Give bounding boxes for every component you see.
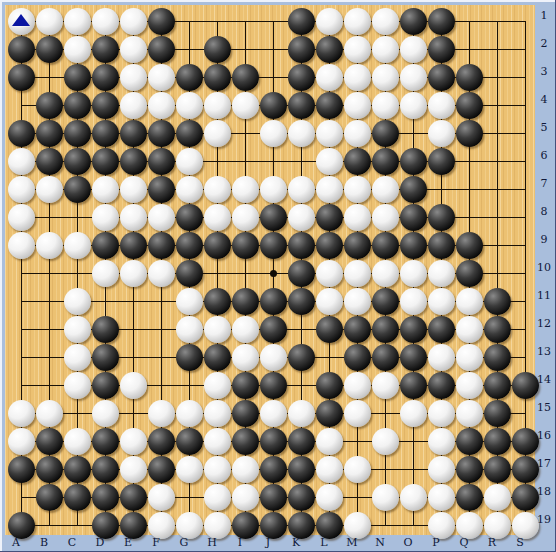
board-point-B13[interactable] [35,343,63,371]
board-point-H6[interactable] [203,147,231,175]
board-point-P12[interactable] [427,315,455,343]
board-point-L11[interactable] [315,287,343,315]
board-point-G16[interactable] [175,427,203,455]
board-point-K12[interactable] [287,315,315,343]
board-point-H5[interactable] [203,119,231,147]
board-point-O18[interactable] [399,483,427,511]
board-point-M14[interactable] [343,371,371,399]
board-point-M8[interactable] [343,203,371,231]
board-point-A9[interactable] [7,231,35,259]
board-point-J3[interactable] [259,63,287,91]
board-point-L3[interactable] [315,63,343,91]
board-point-R3[interactable] [483,63,511,91]
board-point-L17[interactable] [315,455,343,483]
board-point-F11[interactable] [147,287,175,315]
board-point-P9[interactable] [427,231,455,259]
board-point-N19[interactable] [371,511,399,539]
board-point-E17[interactable] [119,455,147,483]
board-point-R6[interactable] [483,147,511,175]
board-point-K10[interactable] [287,259,315,287]
board-point-H8[interactable] [203,203,231,231]
board-point-K2[interactable] [287,35,315,63]
board-point-R12[interactable] [483,315,511,343]
board-point-G2[interactable] [175,35,203,63]
board-point-E11[interactable] [119,287,147,315]
board-point-P16[interactable] [427,427,455,455]
board-point-L16[interactable] [315,427,343,455]
board-point-N1[interactable] [371,7,399,35]
board-point-D14[interactable] [91,371,119,399]
board-point-J14[interactable] [259,371,287,399]
board-point-Q17[interactable] [455,455,483,483]
board-point-D7[interactable] [91,175,119,203]
board-point-F13[interactable] [147,343,175,371]
board-point-A8[interactable] [7,203,35,231]
board-point-B3[interactable] [35,63,63,91]
board-point-H4[interactable] [203,91,231,119]
board-point-D16[interactable] [91,427,119,455]
board-point-E18[interactable] [119,483,147,511]
board-point-Q8[interactable] [455,203,483,231]
board-point-A16[interactable] [7,427,35,455]
board-point-D6[interactable] [91,147,119,175]
board-point-Q13[interactable] [455,343,483,371]
board-point-C16[interactable] [63,427,91,455]
board-point-L19[interactable] [315,511,343,539]
board-point-J11[interactable] [259,287,287,315]
board-point-J10[interactable] [259,259,287,287]
board-point-B5[interactable] [35,119,63,147]
board-point-J1[interactable] [259,7,287,35]
board-point-L12[interactable] [315,315,343,343]
board-point-F17[interactable] [147,455,175,483]
board-point-K7[interactable] [287,175,315,203]
board-point-N8[interactable] [371,203,399,231]
board-point-Q12[interactable] [455,315,483,343]
board-point-P19[interactable] [427,511,455,539]
board-point-I2[interactable] [231,35,259,63]
board-point-I16[interactable] [231,427,259,455]
board-point-H15[interactable] [203,399,231,427]
board-point-L4[interactable] [315,91,343,119]
board-point-N15[interactable] [371,399,399,427]
board-point-I7[interactable] [231,175,259,203]
board-point-M9[interactable] [343,231,371,259]
board-point-N16[interactable] [371,427,399,455]
board-point-G17[interactable] [175,455,203,483]
board-point-D1[interactable] [91,7,119,35]
board-point-L6[interactable] [315,147,343,175]
board-point-B15[interactable] [35,399,63,427]
board-point-G10[interactable] [175,259,203,287]
board-point-B8[interactable] [35,203,63,231]
board-point-O7[interactable] [399,175,427,203]
board-point-C8[interactable] [63,203,91,231]
board-point-L14[interactable] [315,371,343,399]
board-point-J18[interactable] [259,483,287,511]
board-point-Q5[interactable] [455,119,483,147]
board-point-F8[interactable] [147,203,175,231]
board-point-Q3[interactable] [455,63,483,91]
board-point-E13[interactable] [119,343,147,371]
board-point-O9[interactable] [399,231,427,259]
board-point-N5[interactable] [371,119,399,147]
board-point-M4[interactable] [343,91,371,119]
board-point-B17[interactable] [35,455,63,483]
board-point-E10[interactable] [119,259,147,287]
board-point-B19[interactable] [35,511,63,539]
board-point-Q14[interactable] [455,371,483,399]
board-point-K16[interactable] [287,427,315,455]
board-point-H13[interactable] [203,343,231,371]
board-point-I5[interactable] [231,119,259,147]
board-point-J15[interactable] [259,399,287,427]
board-point-M5[interactable] [343,119,371,147]
board-point-H12[interactable] [203,315,231,343]
board-point-A1[interactable] [7,7,35,35]
board-point-K9[interactable] [287,231,315,259]
board-point-E2[interactable] [119,35,147,63]
board-point-H9[interactable] [203,231,231,259]
board-point-L5[interactable] [315,119,343,147]
board-point-H17[interactable] [203,455,231,483]
board-point-F18[interactable] [147,483,175,511]
board-point-N17[interactable] [371,455,399,483]
board-point-F2[interactable] [147,35,175,63]
board-point-J6[interactable] [259,147,287,175]
board-point-F4[interactable] [147,91,175,119]
board-point-H19[interactable] [203,511,231,539]
board-point-Q16[interactable] [455,427,483,455]
board-point-L15[interactable] [315,399,343,427]
board-point-A5[interactable] [7,119,35,147]
board-point-O13[interactable] [399,343,427,371]
board-point-C13[interactable] [63,343,91,371]
board-point-N6[interactable] [371,147,399,175]
board-point-E1[interactable] [119,7,147,35]
board-point-F12[interactable] [147,315,175,343]
board-point-F5[interactable] [147,119,175,147]
board-point-N14[interactable] [371,371,399,399]
board-point-K17[interactable] [287,455,315,483]
board-point-J4[interactable] [259,91,287,119]
board-point-K6[interactable] [287,147,315,175]
board-point-P13[interactable] [427,343,455,371]
board-point-B9[interactable] [35,231,63,259]
board-point-F15[interactable] [147,399,175,427]
board-point-N7[interactable] [371,175,399,203]
board-point-A19[interactable] [7,511,35,539]
board-point-D5[interactable] [91,119,119,147]
board-point-E6[interactable] [119,147,147,175]
board-point-O12[interactable] [399,315,427,343]
board-point-K4[interactable] [287,91,315,119]
board-point-O5[interactable] [399,119,427,147]
board-point-B11[interactable] [35,287,63,315]
board-point-K8[interactable] [287,203,315,231]
board-point-D15[interactable] [91,399,119,427]
board-point-Q15[interactable] [455,399,483,427]
board-point-K19[interactable] [287,511,315,539]
board-point-R1[interactable] [483,7,511,35]
board-point-C3[interactable] [63,63,91,91]
board-point-N12[interactable] [371,315,399,343]
board-point-O2[interactable] [399,35,427,63]
board-point-I14[interactable] [231,371,259,399]
board-point-I8[interactable] [231,203,259,231]
board-point-P3[interactable] [427,63,455,91]
board-point-Q2[interactable] [455,35,483,63]
board-point-A14[interactable] [7,371,35,399]
board-point-B4[interactable] [35,91,63,119]
board-point-M18[interactable] [343,483,371,511]
board-point-C17[interactable] [63,455,91,483]
board-point-O15[interactable] [399,399,427,427]
board-point-O6[interactable] [399,147,427,175]
board-point-Q11[interactable] [455,287,483,315]
board-point-B2[interactable] [35,35,63,63]
board-point-F16[interactable] [147,427,175,455]
board-point-O8[interactable] [399,203,427,231]
board-point-R15[interactable] [483,399,511,427]
board-point-M3[interactable] [343,63,371,91]
board-point-N10[interactable] [371,259,399,287]
board-point-A6[interactable] [7,147,35,175]
board-point-G14[interactable] [175,371,203,399]
board-point-A11[interactable] [7,287,35,315]
board-point-G13[interactable] [175,343,203,371]
board-point-I15[interactable] [231,399,259,427]
board-point-I9[interactable] [231,231,259,259]
board-point-H18[interactable] [203,483,231,511]
board-point-J12[interactable] [259,315,287,343]
board-point-L8[interactable] [315,203,343,231]
board-point-Q4[interactable] [455,91,483,119]
board-point-K14[interactable] [287,371,315,399]
board-point-L18[interactable] [315,483,343,511]
board-point-A3[interactable] [7,63,35,91]
board-point-M2[interactable] [343,35,371,63]
board-point-R2[interactable] [483,35,511,63]
board-point-E9[interactable] [119,231,147,259]
board-point-A10[interactable] [7,259,35,287]
board-point-R18[interactable] [483,483,511,511]
board-point-R8[interactable] [483,203,511,231]
board-point-D8[interactable] [91,203,119,231]
board-point-Q9[interactable] [455,231,483,259]
board-point-J13[interactable] [259,343,287,371]
board-point-E19[interactable] [119,511,147,539]
board-point-F10[interactable] [147,259,175,287]
board-point-D12[interactable] [91,315,119,343]
board-point-B14[interactable] [35,371,63,399]
board-point-E15[interactable] [119,399,147,427]
board-point-P1[interactable] [427,7,455,35]
board-point-M15[interactable] [343,399,371,427]
board-point-R13[interactable] [483,343,511,371]
board-point-O4[interactable] [399,91,427,119]
board-point-R11[interactable] [483,287,511,315]
board-point-A7[interactable] [7,175,35,203]
board-point-C11[interactable] [63,287,91,315]
board-point-H3[interactable] [203,63,231,91]
board-point-C1[interactable] [63,7,91,35]
board-point-A17[interactable] [7,455,35,483]
board-point-H1[interactable] [203,7,231,35]
board-point-M7[interactable] [343,175,371,203]
board-point-P17[interactable] [427,455,455,483]
board-point-J16[interactable] [259,427,287,455]
board-point-B7[interactable] [35,175,63,203]
board-point-I1[interactable] [231,7,259,35]
board-point-R14[interactable] [483,371,511,399]
board-point-G4[interactable] [175,91,203,119]
board-point-R9[interactable] [483,231,511,259]
board-point-B16[interactable] [35,427,63,455]
board-point-D13[interactable] [91,343,119,371]
board-point-E16[interactable] [119,427,147,455]
board-point-D4[interactable] [91,91,119,119]
board-point-J5[interactable] [259,119,287,147]
board-point-P5[interactable] [427,119,455,147]
board-point-N3[interactable] [371,63,399,91]
board-point-R10[interactable] [483,259,511,287]
board-point-A2[interactable] [7,35,35,63]
board-point-B1[interactable] [35,7,63,35]
board-point-H7[interactable] [203,175,231,203]
board-point-M6[interactable] [343,147,371,175]
board-point-H16[interactable] [203,427,231,455]
board-point-M19[interactable] [343,511,371,539]
board-point-O1[interactable] [399,7,427,35]
board-point-P15[interactable] [427,399,455,427]
board-point-H2[interactable] [203,35,231,63]
board-point-O17[interactable] [399,455,427,483]
board-point-C6[interactable] [63,147,91,175]
board-point-G7[interactable] [175,175,203,203]
board-point-E4[interactable] [119,91,147,119]
board-point-J9[interactable] [259,231,287,259]
board-point-E5[interactable] [119,119,147,147]
board-point-J17[interactable] [259,455,287,483]
board-point-A13[interactable] [7,343,35,371]
board-point-C12[interactable] [63,315,91,343]
board-point-I17[interactable] [231,455,259,483]
board-point-C19[interactable] [63,511,91,539]
board-point-G15[interactable] [175,399,203,427]
board-point-Q1[interactable] [455,7,483,35]
board-point-P2[interactable] [427,35,455,63]
board-point-D9[interactable] [91,231,119,259]
board-point-R4[interactable] [483,91,511,119]
board-point-O10[interactable] [399,259,427,287]
board-point-K3[interactable] [287,63,315,91]
board-point-G11[interactable] [175,287,203,315]
board-point-I10[interactable] [231,259,259,287]
board-point-E7[interactable] [119,175,147,203]
board-point-H14[interactable] [203,371,231,399]
board-point-I12[interactable] [231,315,259,343]
board-point-I4[interactable] [231,91,259,119]
board-point-I18[interactable] [231,483,259,511]
board-point-A12[interactable] [7,315,35,343]
board-point-L13[interactable] [315,343,343,371]
board-point-P6[interactable] [427,147,455,175]
board-point-F6[interactable] [147,147,175,175]
board-point-F1[interactable] [147,7,175,35]
board-point-M17[interactable] [343,455,371,483]
board-point-J2[interactable] [259,35,287,63]
board-point-O14[interactable] [399,371,427,399]
board-point-I19[interactable] [231,511,259,539]
board-point-I6[interactable] [231,147,259,175]
board-point-D11[interactable] [91,287,119,315]
board-point-K5[interactable] [287,119,315,147]
board-point-R19[interactable] [483,511,511,539]
board-point-G5[interactable] [175,119,203,147]
board-point-C4[interactable] [63,91,91,119]
board-point-R16[interactable] [483,427,511,455]
board-point-C9[interactable] [63,231,91,259]
board-point-C18[interactable] [63,483,91,511]
board-point-E14[interactable] [119,371,147,399]
board-point-P11[interactable] [427,287,455,315]
board-point-D17[interactable] [91,455,119,483]
board-point-G19[interactable] [175,511,203,539]
board-point-I11[interactable] [231,287,259,315]
board-point-B18[interactable] [35,483,63,511]
board-point-R7[interactable] [483,175,511,203]
board-point-H10[interactable] [203,259,231,287]
board-point-Q19[interactable] [455,511,483,539]
board-point-L7[interactable] [315,175,343,203]
board-point-D3[interactable] [91,63,119,91]
board-point-F14[interactable] [147,371,175,399]
board-point-C5[interactable] [63,119,91,147]
board-point-G1[interactable] [175,7,203,35]
board-point-A18[interactable] [7,483,35,511]
board-point-G9[interactable] [175,231,203,259]
board-point-B6[interactable] [35,147,63,175]
board-point-G8[interactable] [175,203,203,231]
board-point-J19[interactable] [259,511,287,539]
board-point-N13[interactable] [371,343,399,371]
board-point-R17[interactable] [483,455,511,483]
board-point-Q7[interactable] [455,175,483,203]
board-point-B12[interactable] [35,315,63,343]
board-point-F9[interactable] [147,231,175,259]
board-point-C14[interactable] [63,371,91,399]
board-point-M13[interactable] [343,343,371,371]
board-point-I13[interactable] [231,343,259,371]
board-point-D2[interactable] [91,35,119,63]
board-point-J7[interactable] [259,175,287,203]
board-point-F19[interactable] [147,511,175,539]
board-point-P7[interactable] [427,175,455,203]
board-point-M11[interactable] [343,287,371,315]
board-point-E3[interactable] [119,63,147,91]
board-point-Q10[interactable] [455,259,483,287]
board-point-N18[interactable] [371,483,399,511]
board-point-N2[interactable] [371,35,399,63]
board-point-I3[interactable] [231,63,259,91]
board-point-D18[interactable] [91,483,119,511]
board-point-O16[interactable] [399,427,427,455]
board-point-L1[interactable] [315,7,343,35]
board-point-O19[interactable] [399,511,427,539]
board-point-F7[interactable] [147,175,175,203]
board-point-N9[interactable] [371,231,399,259]
